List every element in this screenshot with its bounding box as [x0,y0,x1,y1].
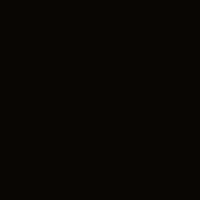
checker-piece-r7c7[interactable] [0,152,33,188]
pieces-layer [0,0,200,180]
checker-piece-r3c1[interactable] [0,0,24,22]
checker-piece-r5c1[interactable] [0,62,25,87]
table-edge-shadow [0,0,200,10]
checker-piece-r3c5[interactable] [0,22,20,41]
checkers-board-photo [0,0,200,200]
checker-piece-r4c3[interactable] [0,40,24,65]
